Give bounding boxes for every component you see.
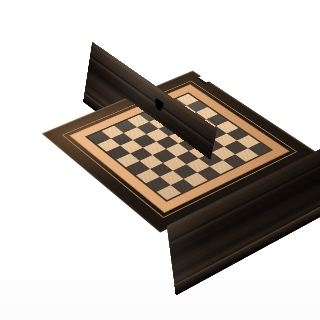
lid-clasp-notch: [197, 76, 211, 84]
chess-box: [46, 121, 313, 288]
finger-pull-notch: [154, 97, 164, 113]
perspective-stage: [0, 0, 320, 320]
product-photo-scene: [0, 0, 320, 320]
